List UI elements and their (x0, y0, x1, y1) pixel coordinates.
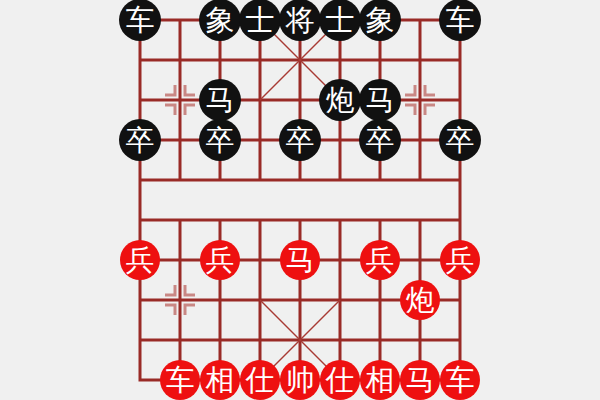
piece-black-chariot[interactable]: 车 (119, 0, 161, 41)
piece-red-soldier[interactable]: 兵 (360, 240, 400, 280)
piece-black-soldier[interactable]: 卒 (199, 119, 241, 161)
piece-red-advisor[interactable]: 仕 (240, 360, 280, 400)
piece-black-soldier[interactable]: 卒 (279, 119, 321, 161)
piece-black-horse[interactable]: 马 (359, 79, 401, 121)
piece-red-soldier[interactable]: 兵 (440, 240, 480, 280)
piece-black-soldier[interactable]: 卒 (359, 119, 401, 161)
piece-black-advisor[interactable]: 士 (319, 0, 361, 41)
piece-red-cannon[interactable]: 炮 (400, 280, 440, 320)
piece-red-advisor[interactable]: 仕 (320, 360, 360, 400)
piece-black-chariot[interactable]: 车 (439, 0, 481, 41)
piece-red-soldier[interactable]: 兵 (120, 240, 160, 280)
piece-red-general[interactable]: 帅 (280, 360, 320, 400)
piece-black-advisor[interactable]: 士 (239, 0, 281, 41)
piece-red-chariot[interactable]: 车 (440, 360, 480, 400)
piece-red-horse[interactable]: 马 (280, 240, 320, 280)
piece-black-elephant[interactable]: 象 (199, 0, 241, 41)
piece-black-cannon[interactable]: 炮 (319, 79, 361, 121)
piece-red-soldier[interactable]: 兵 (200, 240, 240, 280)
piece-black-elephant[interactable]: 象 (359, 0, 401, 41)
piece-red-horse[interactable]: 马 (400, 360, 440, 400)
piece-black-soldier[interactable]: 卒 (119, 119, 161, 161)
piece-red-chariot[interactable]: 车 (160, 360, 200, 400)
piece-black-soldier[interactable]: 卒 (439, 119, 481, 161)
xiangqi-app: 车象士将士象车马炮马卒卒卒卒卒兵兵马兵兵炮车相仕帅仕相马车 (0, 0, 600, 400)
piece-black-horse[interactable]: 马 (199, 79, 241, 121)
xiangqi-board: 车象士将士象车马炮马卒卒卒卒卒兵兵马兵兵炮车相仕帅仕相马车 (120, 0, 480, 400)
piece-red-elephant[interactable]: 相 (200, 360, 240, 400)
piece-black-general[interactable]: 将 (279, 0, 321, 41)
piece-red-elephant[interactable]: 相 (360, 360, 400, 400)
